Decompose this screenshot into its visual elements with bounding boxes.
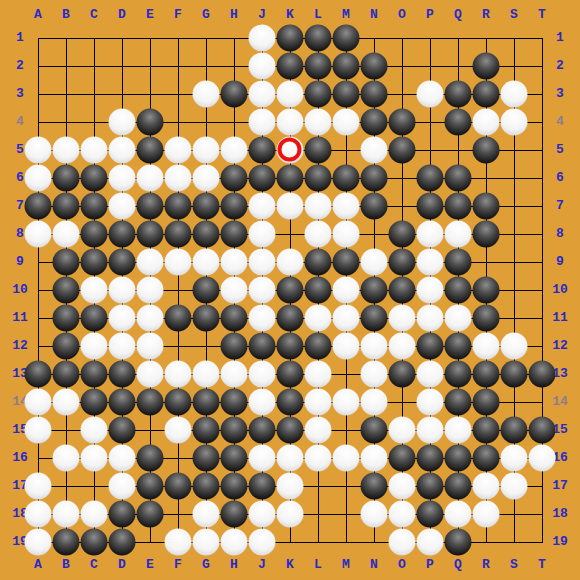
white-stone-A15[interactable] [25, 417, 52, 444]
black-stone-G17[interactable] [193, 473, 220, 500]
black-stone-P6[interactable] [417, 165, 444, 192]
white-stone-O17[interactable] [389, 473, 416, 500]
black-stone-N15[interactable] [361, 417, 388, 444]
column-label-bottom-M: M [332, 558, 360, 572]
black-stone-M2[interactable] [333, 53, 360, 80]
black-stone-C19[interactable] [81, 529, 108, 556]
black-stone-K2[interactable] [277, 53, 304, 80]
black-stone-Q16[interactable] [445, 445, 472, 472]
white-stone-G6[interactable] [193, 165, 220, 192]
white-stone-F13[interactable] [165, 361, 192, 388]
black-stone-C11[interactable] [81, 305, 108, 332]
black-stone-P18[interactable] [417, 501, 444, 528]
black-stone-N2[interactable] [361, 53, 388, 80]
black-stone-B7[interactable] [53, 193, 80, 220]
white-stone-M4[interactable] [333, 109, 360, 136]
black-stone-L12[interactable] [305, 333, 332, 360]
black-stone-B10[interactable] [53, 277, 80, 304]
black-stone-M3[interactable] [333, 81, 360, 108]
black-stone-H12[interactable] [221, 333, 248, 360]
black-stone-N10[interactable] [361, 277, 388, 304]
black-stone-P7[interactable] [417, 193, 444, 220]
white-stone-P9[interactable] [417, 249, 444, 276]
black-stone-B6[interactable] [53, 165, 80, 192]
white-stone-J7[interactable] [249, 193, 276, 220]
column-label-top-F: F [164, 8, 192, 22]
column-label-bottom-E: E [136, 558, 164, 572]
white-stone-D6[interactable] [109, 165, 136, 192]
column-label-bottom-O: O [388, 558, 416, 572]
row-label-left-12: 12 [6, 339, 34, 353]
black-stone-R16[interactable] [473, 445, 500, 472]
white-stone-B8[interactable] [53, 221, 80, 248]
black-stone-E16[interactable] [137, 445, 164, 472]
row-label-right-14: 14 [546, 395, 574, 409]
white-stone-F15[interactable] [165, 417, 192, 444]
black-stone-L3[interactable] [305, 81, 332, 108]
white-stone-B5[interactable] [53, 137, 80, 164]
white-stone-H19[interactable] [221, 529, 248, 556]
black-stone-F17[interactable] [165, 473, 192, 500]
black-stone-C9[interactable] [81, 249, 108, 276]
black-stone-O16[interactable] [389, 445, 416, 472]
white-stone-O19[interactable] [389, 529, 416, 556]
black-stone-O4[interactable] [389, 109, 416, 136]
column-label-bottom-F: F [164, 558, 192, 572]
black-stone-N6[interactable] [361, 165, 388, 192]
white-stone-A19[interactable] [25, 529, 52, 556]
black-stone-D8[interactable] [109, 221, 136, 248]
black-stone-O9[interactable] [389, 249, 416, 276]
column-label-bottom-H: H [220, 558, 248, 572]
white-stone-N18[interactable] [361, 501, 388, 528]
white-stone-D4[interactable] [109, 109, 136, 136]
black-stone-L10[interactable] [305, 277, 332, 304]
black-stone-Q13[interactable] [445, 361, 472, 388]
black-stone-Q6[interactable] [445, 165, 472, 192]
black-stone-F11[interactable] [165, 305, 192, 332]
white-stone-D7[interactable] [109, 193, 136, 220]
white-stone-Q8[interactable] [445, 221, 472, 248]
column-label-bottom-K: K [276, 558, 304, 572]
black-stone-H16[interactable] [221, 445, 248, 472]
white-stone-S17[interactable] [501, 473, 528, 500]
white-stone-G19[interactable] [193, 529, 220, 556]
column-label-top-R: R [472, 8, 500, 22]
white-stone-K17[interactable] [277, 473, 304, 500]
black-stone-E8[interactable] [137, 221, 164, 248]
black-stone-G16[interactable] [193, 445, 220, 472]
black-stone-R7[interactable] [473, 193, 500, 220]
white-stone-R18[interactable] [473, 501, 500, 528]
black-stone-K14[interactable] [277, 389, 304, 416]
black-stone-E14[interactable] [137, 389, 164, 416]
white-stone-L11[interactable] [305, 305, 332, 332]
black-stone-D9[interactable] [109, 249, 136, 276]
black-stone-O10[interactable] [389, 277, 416, 304]
black-stone-L6[interactable] [305, 165, 332, 192]
black-stone-B11[interactable] [53, 305, 80, 332]
black-stone-K6[interactable] [277, 165, 304, 192]
black-stone-H11[interactable] [221, 305, 248, 332]
white-stone-M16[interactable] [333, 445, 360, 472]
black-stone-F7[interactable] [165, 193, 192, 220]
white-stone-J14[interactable] [249, 389, 276, 416]
white-stone-O11[interactable] [389, 305, 416, 332]
white-stone-F5[interactable] [165, 137, 192, 164]
white-stone-K3[interactable] [277, 81, 304, 108]
black-stone-P16[interactable] [417, 445, 444, 472]
row-label-right-11: 11 [546, 311, 574, 325]
white-stone-D12[interactable] [109, 333, 136, 360]
white-stone-P14[interactable] [417, 389, 444, 416]
black-stone-N7[interactable] [361, 193, 388, 220]
white-stone-J4[interactable] [249, 109, 276, 136]
black-stone-N11[interactable] [361, 305, 388, 332]
white-stone-B18[interactable] [53, 501, 80, 528]
black-stone-J17[interactable] [249, 473, 276, 500]
white-stone-J8[interactable] [249, 221, 276, 248]
black-stone-E4[interactable] [137, 109, 164, 136]
black-stone-Q7[interactable] [445, 193, 472, 220]
white-stone-E9[interactable] [137, 249, 164, 276]
black-stone-K1[interactable] [277, 25, 304, 52]
black-stone-E7[interactable] [137, 193, 164, 220]
white-stone-C16[interactable] [81, 445, 108, 472]
black-stone-E5[interactable] [137, 137, 164, 164]
white-stone-G9[interactable] [193, 249, 220, 276]
white-stone-J10[interactable] [249, 277, 276, 304]
black-stone-S13[interactable] [501, 361, 528, 388]
black-stone-T15[interactable] [529, 417, 556, 444]
black-stone-K12[interactable] [277, 333, 304, 360]
black-stone-K10[interactable] [277, 277, 304, 304]
white-stone-G5[interactable] [193, 137, 220, 164]
black-stone-S15[interactable] [501, 417, 528, 444]
black-stone-G14[interactable] [193, 389, 220, 416]
black-stone-Q10[interactable] [445, 277, 472, 304]
black-stone-H14[interactable] [221, 389, 248, 416]
white-stone-T16[interactable] [529, 445, 556, 472]
white-stone-K18[interactable] [277, 501, 304, 528]
white-stone-N9[interactable] [361, 249, 388, 276]
row-label-right-6: 6 [546, 171, 574, 185]
white-stone-P13[interactable] [417, 361, 444, 388]
white-stone-D10[interactable] [109, 277, 136, 304]
black-stone-G8[interactable] [193, 221, 220, 248]
white-stone-L14[interactable] [305, 389, 332, 416]
white-stone-M10[interactable] [333, 277, 360, 304]
column-label-top-O: O [388, 8, 416, 22]
white-stone-D16[interactable] [109, 445, 136, 472]
black-stone-C7[interactable] [81, 193, 108, 220]
white-stone-J16[interactable] [249, 445, 276, 472]
white-stone-L15[interactable] [305, 417, 332, 444]
black-stone-K15[interactable] [277, 417, 304, 444]
row-label-right-7: 7 [546, 199, 574, 213]
black-stone-H18[interactable] [221, 501, 248, 528]
column-label-bottom-S: S [500, 558, 528, 572]
white-stone-J2[interactable] [249, 53, 276, 80]
white-stone-L7[interactable] [305, 193, 332, 220]
white-stone-D5[interactable] [109, 137, 136, 164]
row-label-right-9: 9 [546, 255, 574, 269]
black-stone-B13[interactable] [53, 361, 80, 388]
black-stone-J5[interactable] [249, 137, 276, 164]
white-stone-J1[interactable] [249, 25, 276, 52]
black-stone-B12[interactable] [53, 333, 80, 360]
black-stone-L5[interactable] [305, 137, 332, 164]
white-stone-N13[interactable] [361, 361, 388, 388]
white-stone-P3[interactable] [417, 81, 444, 108]
white-stone-B14[interactable] [53, 389, 80, 416]
white-stone-J11[interactable] [249, 305, 276, 332]
white-stone-N5[interactable] [361, 137, 388, 164]
white-stone-G13[interactable] [193, 361, 220, 388]
black-stone-H8[interactable] [221, 221, 248, 248]
row-label-right-4: 4 [546, 115, 574, 129]
white-stone-M8[interactable] [333, 221, 360, 248]
black-stone-D13[interactable] [109, 361, 136, 388]
white-stone-M12[interactable] [333, 333, 360, 360]
white-stone-L4[interactable] [305, 109, 332, 136]
black-stone-R3[interactable] [473, 81, 500, 108]
black-stone-H7[interactable] [221, 193, 248, 220]
white-stone-F19[interactable] [165, 529, 192, 556]
black-stone-R5[interactable] [473, 137, 500, 164]
white-stone-F9[interactable] [165, 249, 192, 276]
white-stone-P15[interactable] [417, 417, 444, 444]
black-stone-N17[interactable] [361, 473, 388, 500]
row-label-left-10: 10 [6, 283, 34, 297]
white-stone-J13[interactable] [249, 361, 276, 388]
white-stone-N14[interactable] [361, 389, 388, 416]
white-stone-A17[interactable] [25, 473, 52, 500]
black-stone-K13[interactable] [277, 361, 304, 388]
white-stone-O18[interactable] [389, 501, 416, 528]
black-stone-L9[interactable] [305, 249, 332, 276]
white-stone-M11[interactable] [333, 305, 360, 332]
black-stone-A13[interactable] [25, 361, 52, 388]
column-label-bottom-G: G [192, 558, 220, 572]
white-stone-E10[interactable] [137, 277, 164, 304]
white-stone-M14[interactable] [333, 389, 360, 416]
white-stone-H13[interactable] [221, 361, 248, 388]
black-stone-Q19[interactable] [445, 529, 472, 556]
black-stone-O13[interactable] [389, 361, 416, 388]
white-stone-O12[interactable] [389, 333, 416, 360]
black-stone-J12[interactable] [249, 333, 276, 360]
black-stone-R11[interactable] [473, 305, 500, 332]
black-stone-D19[interactable] [109, 529, 136, 556]
black-stone-P12[interactable] [417, 333, 444, 360]
black-stone-Q4[interactable] [445, 109, 472, 136]
white-stone-D11[interactable] [109, 305, 136, 332]
white-stone-G3[interactable] [193, 81, 220, 108]
white-stone-A6[interactable] [25, 165, 52, 192]
black-stone-N4[interactable] [361, 109, 388, 136]
black-stone-O5[interactable] [389, 137, 416, 164]
white-stone-G18[interactable] [193, 501, 220, 528]
white-stone-N12[interactable] [361, 333, 388, 360]
column-label-top-B: B [52, 8, 80, 22]
white-stone-R4[interactable] [473, 109, 500, 136]
black-stone-J6[interactable] [249, 165, 276, 192]
white-stone-O15[interactable] [389, 417, 416, 444]
black-stone-H17[interactable] [221, 473, 248, 500]
white-stone-C5[interactable] [81, 137, 108, 164]
black-stone-H3[interactable] [221, 81, 248, 108]
white-stone-P10[interactable] [417, 277, 444, 304]
black-stone-J15[interactable] [249, 417, 276, 444]
column-label-bottom-B: B [52, 558, 80, 572]
black-stone-C13[interactable] [81, 361, 108, 388]
white-stone-K7[interactable] [277, 193, 304, 220]
white-stone-C12[interactable] [81, 333, 108, 360]
white-stone-S12[interactable] [501, 333, 528, 360]
black-stone-E18[interactable] [137, 501, 164, 528]
black-stone-G11[interactable] [193, 305, 220, 332]
white-stone-L13[interactable] [305, 361, 332, 388]
row-label-left-2: 2 [6, 59, 34, 73]
black-stone-H15[interactable] [221, 417, 248, 444]
white-stone-Q15[interactable] [445, 417, 472, 444]
black-stone-F14[interactable] [165, 389, 192, 416]
white-stone-A8[interactable] [25, 221, 52, 248]
white-stone-A14[interactable] [25, 389, 52, 416]
white-stone-B16[interactable] [53, 445, 80, 472]
black-stone-M1[interactable] [333, 25, 360, 52]
black-stone-Q9[interactable] [445, 249, 472, 276]
white-stone-P19[interactable] [417, 529, 444, 556]
white-stone-C10[interactable] [81, 277, 108, 304]
black-stone-P17[interactable] [417, 473, 444, 500]
column-label-top-A: A [24, 8, 52, 22]
row-label-left-3: 3 [6, 87, 34, 101]
column-label-top-H: H [220, 8, 248, 22]
white-stone-D17[interactable] [109, 473, 136, 500]
black-stone-C14[interactable] [81, 389, 108, 416]
white-stone-H9[interactable] [221, 249, 248, 276]
black-stone-D14[interactable] [109, 389, 136, 416]
row-label-left-16: 16 [6, 451, 34, 465]
white-stone-Q18[interactable] [445, 501, 472, 528]
black-stone-D18[interactable] [109, 501, 136, 528]
row-label-right-18: 18 [546, 507, 574, 521]
black-stone-E17[interactable] [137, 473, 164, 500]
white-stone-K9[interactable] [277, 249, 304, 276]
white-stone-E6[interactable] [137, 165, 164, 192]
black-stone-C6[interactable] [81, 165, 108, 192]
black-stone-D15[interactable] [109, 417, 136, 444]
white-stone-M7[interactable] [333, 193, 360, 220]
white-stone-C18[interactable] [81, 501, 108, 528]
black-stone-G15[interactable] [193, 417, 220, 444]
white-stone-S4[interactable] [501, 109, 528, 136]
black-stone-C8[interactable] [81, 221, 108, 248]
white-stone-P8[interactable] [417, 221, 444, 248]
white-stone-K16[interactable] [277, 445, 304, 472]
white-stone-Q11[interactable] [445, 305, 472, 332]
white-stone-P11[interactable] [417, 305, 444, 332]
column-label-top-L: L [304, 8, 332, 22]
row-label-right-3: 3 [546, 87, 574, 101]
white-stone-R17[interactable] [473, 473, 500, 500]
black-stone-L2[interactable] [305, 53, 332, 80]
white-stone-S3[interactable] [501, 81, 528, 108]
row-label-right-17: 17 [546, 479, 574, 493]
black-stone-Q12[interactable] [445, 333, 472, 360]
black-stone-N3[interactable] [361, 81, 388, 108]
column-label-bottom-C: C [80, 558, 108, 572]
white-stone-L8[interactable] [305, 221, 332, 248]
column-label-top-C: C [80, 8, 108, 22]
black-stone-K11[interactable] [277, 305, 304, 332]
white-stone-H10[interactable] [221, 277, 248, 304]
black-stone-L1[interactable] [305, 25, 332, 52]
black-stone-R2[interactable] [473, 53, 500, 80]
last-move-marker [278, 138, 302, 162]
black-stone-B9[interactable] [53, 249, 80, 276]
white-stone-E12[interactable] [137, 333, 164, 360]
white-stone-E13[interactable] [137, 361, 164, 388]
black-stone-R8[interactable] [473, 221, 500, 248]
black-stone-H6[interactable] [221, 165, 248, 192]
black-stone-G7[interactable] [193, 193, 220, 220]
row-label-right-8: 8 [546, 227, 574, 241]
white-stone-J18[interactable] [249, 501, 276, 528]
column-label-bottom-J: J [248, 558, 276, 572]
black-stone-R10[interactable] [473, 277, 500, 304]
white-stone-H5[interactable] [221, 137, 248, 164]
black-stone-G10[interactable] [193, 277, 220, 304]
white-stone-K4[interactable] [277, 109, 304, 136]
black-stone-Q3[interactable] [445, 81, 472, 108]
black-stone-T13[interactable] [529, 361, 556, 388]
black-stone-R13[interactable] [473, 361, 500, 388]
black-stone-O8[interactable] [389, 221, 416, 248]
column-label-top-T: T [528, 8, 556, 22]
black-stone-Q14[interactable] [445, 389, 472, 416]
column-label-top-Q: Q [444, 8, 472, 22]
column-label-top-S: S [500, 8, 528, 22]
black-stone-M9[interactable] [333, 249, 360, 276]
black-stone-F8[interactable] [165, 221, 192, 248]
white-stone-F6[interactable] [165, 165, 192, 192]
white-stone-E11[interactable] [137, 305, 164, 332]
black-stone-A7[interactable] [25, 193, 52, 220]
column-label-top-G: G [192, 8, 220, 22]
black-stone-B19[interactable] [53, 529, 80, 556]
white-stone-L16[interactable] [305, 445, 332, 472]
white-stone-C15[interactable] [81, 417, 108, 444]
column-label-top-N: N [360, 8, 388, 22]
white-stone-J9[interactable] [249, 249, 276, 276]
white-stone-S16[interactable] [501, 445, 528, 472]
white-stone-R12[interactable] [473, 333, 500, 360]
black-stone-R15[interactable] [473, 417, 500, 444]
white-stone-N16[interactable] [361, 445, 388, 472]
black-stone-M6[interactable] [333, 165, 360, 192]
white-stone-J19[interactable] [249, 529, 276, 556]
black-stone-Q17[interactable] [445, 473, 472, 500]
white-stone-A18[interactable] [25, 501, 52, 528]
white-stone-A5[interactable] [25, 137, 52, 164]
black-stone-R14[interactable] [473, 389, 500, 416]
white-stone-J3[interactable] [249, 81, 276, 108]
column-label-bottom-Q: Q [444, 558, 472, 572]
column-label-top-K: K [276, 8, 304, 22]
